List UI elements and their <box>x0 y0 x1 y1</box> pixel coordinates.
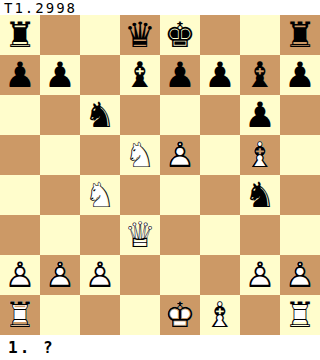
square-d6[interactable] <box>120 95 160 135</box>
white-queen-outline: ♕ <box>120 215 160 255</box>
header-bar: T1.2998 <box>0 0 320 15</box>
square-b7[interactable]: ♟ <box>40 55 80 95</box>
white-pawn[interactable]: ♟♙ <box>280 255 320 295</box>
tactics-trainer-window: T1.2998 ♜♛♚♜♟♟♝♟♟♝♟♞♟♞♘♟♙♝♗♞♘♞♛♕♟♙♟♙♟♙♟♙… <box>0 0 320 360</box>
black-pawn[interactable]: ♟ <box>200 55 240 95</box>
white-pawn[interactable]: ♟♙ <box>160 135 200 175</box>
white-pawn-outline: ♙ <box>40 255 80 295</box>
square-g1[interactable] <box>240 295 280 335</box>
move-prompt: 1. ? <box>8 338 55 357</box>
square-f7[interactable]: ♟ <box>200 55 240 95</box>
black-knight[interactable]: ♞ <box>80 95 120 135</box>
square-c8[interactable] <box>80 15 120 55</box>
white-knight[interactable]: ♞♘ <box>80 175 120 215</box>
square-c4[interactable]: ♞♘ <box>80 175 120 215</box>
square-g4[interactable]: ♞ <box>240 175 280 215</box>
black-bishop[interactable]: ♝ <box>120 55 160 95</box>
black-king[interactable]: ♚ <box>160 15 200 55</box>
black-rook[interactable]: ♜ <box>0 15 40 55</box>
white-pawn-outline: ♙ <box>80 255 120 295</box>
square-h5[interactable] <box>280 135 320 175</box>
square-e1[interactable]: ♚♔ <box>160 295 200 335</box>
black-pawn[interactable]: ♟ <box>0 55 40 95</box>
square-d5[interactable]: ♞♘ <box>120 135 160 175</box>
square-d3[interactable]: ♛♕ <box>120 215 160 255</box>
square-h1[interactable]: ♜♖ <box>280 295 320 335</box>
square-h2[interactable]: ♟♙ <box>280 255 320 295</box>
white-knight-outline: ♘ <box>80 175 120 215</box>
black-pawn[interactable]: ♟ <box>160 55 200 95</box>
white-rook-outline: ♖ <box>0 295 40 335</box>
square-c2[interactable]: ♟♙ <box>80 255 120 295</box>
square-h6[interactable] <box>280 95 320 135</box>
square-a6[interactable] <box>0 95 40 135</box>
square-d7[interactable]: ♝ <box>120 55 160 95</box>
white-bishop[interactable]: ♝♗ <box>240 135 280 175</box>
square-b4[interactable] <box>40 175 80 215</box>
white-knight-outline: ♘ <box>120 135 160 175</box>
square-e8[interactable]: ♚ <box>160 15 200 55</box>
white-pawn[interactable]: ♟♙ <box>240 255 280 295</box>
square-f3[interactable] <box>200 215 240 255</box>
white-rook[interactable]: ♜♖ <box>280 295 320 335</box>
square-c7[interactable] <box>80 55 120 95</box>
square-d8[interactable]: ♛ <box>120 15 160 55</box>
square-d2[interactable] <box>120 255 160 295</box>
square-h8[interactable]: ♜ <box>280 15 320 55</box>
square-b8[interactable] <box>40 15 80 55</box>
white-rook[interactable]: ♜♖ <box>0 295 40 335</box>
square-a8[interactable]: ♜ <box>0 15 40 55</box>
white-pawn-outline: ♙ <box>160 135 200 175</box>
square-e6[interactable] <box>160 95 200 135</box>
square-a3[interactable] <box>0 215 40 255</box>
white-bishop-outline: ♗ <box>240 135 280 175</box>
white-pawn-outline: ♙ <box>280 255 320 295</box>
square-g2[interactable]: ♟♙ <box>240 255 280 295</box>
square-c5[interactable] <box>80 135 120 175</box>
square-g6[interactable]: ♟ <box>240 95 280 135</box>
black-knight[interactable]: ♞ <box>240 175 280 215</box>
square-e4[interactable] <box>160 175 200 215</box>
square-a1[interactable]: ♜♖ <box>0 295 40 335</box>
white-king[interactable]: ♚♔ <box>160 295 200 335</box>
footer-bar: 1. ? <box>0 335 320 360</box>
square-f4[interactable] <box>200 175 240 215</box>
white-bishop[interactable]: ♝♗ <box>200 295 240 335</box>
square-d1[interactable] <box>120 295 160 335</box>
square-a2[interactable]: ♟♙ <box>0 255 40 295</box>
puzzle-id: T1.2998 <box>4 0 77 16</box>
square-b5[interactable] <box>40 135 80 175</box>
black-pawn[interactable]: ♟ <box>40 55 80 95</box>
square-f6[interactable] <box>200 95 240 135</box>
square-c1[interactable] <box>80 295 120 335</box>
square-f1[interactable]: ♝♗ <box>200 295 240 335</box>
white-knight[interactable]: ♞♘ <box>120 135 160 175</box>
square-h7[interactable]: ♟ <box>280 55 320 95</box>
white-pawn[interactable]: ♟♙ <box>40 255 80 295</box>
square-a4[interactable] <box>0 175 40 215</box>
square-e2[interactable] <box>160 255 200 295</box>
white-rook-outline: ♖ <box>280 295 320 335</box>
square-h4[interactable] <box>280 175 320 215</box>
square-b1[interactable] <box>40 295 80 335</box>
square-a7[interactable]: ♟ <box>0 55 40 95</box>
white-pawn-outline: ♙ <box>0 255 40 295</box>
square-e7[interactable]: ♟ <box>160 55 200 95</box>
white-pawn[interactable]: ♟♙ <box>80 255 120 295</box>
square-c3[interactable] <box>80 215 120 255</box>
square-g5[interactable]: ♝♗ <box>240 135 280 175</box>
black-bishop[interactable]: ♝ <box>240 55 280 95</box>
white-pawn-outline: ♙ <box>240 255 280 295</box>
square-g7[interactable]: ♝ <box>240 55 280 95</box>
square-g8[interactable] <box>240 15 280 55</box>
chess-board[interactable]: ♜♛♚♜♟♟♝♟♟♝♟♞♟♞♘♟♙♝♗♞♘♞♛♕♟♙♟♙♟♙♟♙♟♙♜♖♚♔♝♗… <box>0 15 320 335</box>
square-d4[interactable] <box>120 175 160 215</box>
white-bishop-outline: ♗ <box>200 295 240 335</box>
square-b2[interactable]: ♟♙ <box>40 255 80 295</box>
black-pawn[interactable]: ♟ <box>240 95 280 135</box>
square-c6[interactable]: ♞ <box>80 95 120 135</box>
black-pawn[interactable]: ♟ <box>280 55 320 95</box>
square-a5[interactable] <box>0 135 40 175</box>
square-f8[interactable] <box>200 15 240 55</box>
black-queen[interactable]: ♛ <box>120 15 160 55</box>
black-rook[interactable]: ♜ <box>280 15 320 55</box>
white-pawn[interactable]: ♟♙ <box>0 255 40 295</box>
square-e5[interactable]: ♟♙ <box>160 135 200 175</box>
square-f2[interactable] <box>200 255 240 295</box>
square-b6[interactable] <box>40 95 80 135</box>
square-b3[interactable] <box>40 215 80 255</box>
white-king-outline: ♔ <box>160 295 200 335</box>
square-e3[interactable] <box>160 215 200 255</box>
square-f5[interactable] <box>200 135 240 175</box>
white-queen[interactable]: ♛♕ <box>120 215 160 255</box>
square-g3[interactable] <box>240 215 280 255</box>
square-h3[interactable] <box>280 215 320 255</box>
